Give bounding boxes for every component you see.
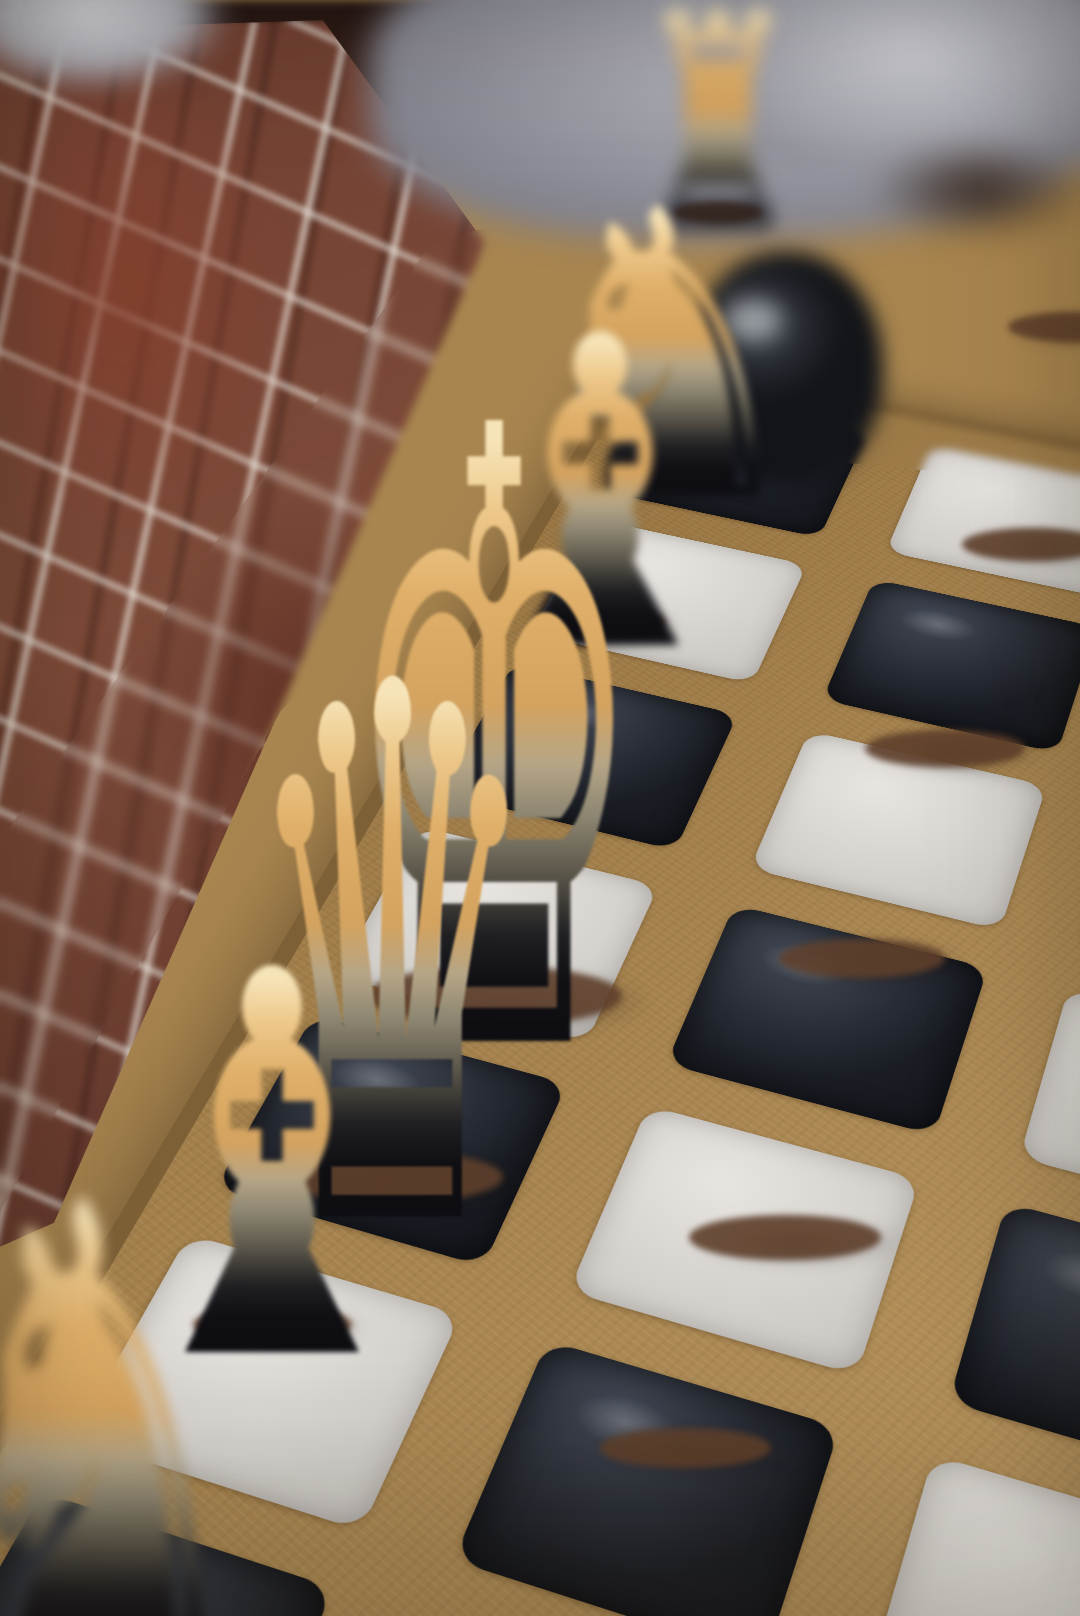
pawn-glyph: ♟ [428,1204,773,1616]
knight-glyph: ♞ [0,1120,264,1616]
board-square-d6[interactable] [949,1202,1080,1492]
board-square-c6[interactable] [865,1455,1080,1616]
board-square-e6[interactable] [1019,988,1080,1234]
chess-photo-scene: ♜♞♝♚♛♝♞♟♟♟♟♟♟♟ [0,0,1080,1616]
